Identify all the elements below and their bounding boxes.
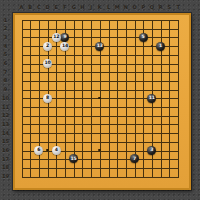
column-label: G <box>70 4 78 11</box>
black-stone-K4: 13 <box>95 42 104 51</box>
white-stone-D10: 8 <box>43 94 52 103</box>
column-label: B <box>26 4 34 11</box>
row-label: 7 <box>0 69 11 76</box>
row-label: 16 <box>0 147 11 154</box>
row-label: 13 <box>0 121 11 128</box>
column-label: P <box>139 4 147 11</box>
row-label: 3 <box>0 34 11 41</box>
star-point <box>98 97 100 99</box>
black-stone-R4: 1 <box>156 42 165 51</box>
white-stone-D6: 10 <box>43 59 52 68</box>
column-label: Q <box>148 4 156 11</box>
row-label: 4 <box>0 43 11 50</box>
column-label: H <box>78 4 86 11</box>
column-label: S <box>165 4 173 11</box>
star-point <box>98 149 100 151</box>
column-label: C <box>35 4 43 11</box>
black-stone-G17: 15 <box>69 154 78 163</box>
row-label: 14 <box>0 130 11 137</box>
board-intersections[interactable]: 123456789101112131415 <box>17 16 182 181</box>
column-label: O <box>131 4 139 11</box>
column-label: R <box>157 4 165 11</box>
white-stone-E16: 4 <box>52 146 61 155</box>
column-label: M <box>113 4 121 11</box>
white-stone-E3: 12 <box>52 33 61 42</box>
row-label: 9 <box>0 86 11 93</box>
black-stone-P3: 5 <box>139 33 148 42</box>
column-label: J <box>87 4 95 11</box>
row-label: 1 <box>0 17 11 24</box>
column-label: D <box>44 4 52 11</box>
white-stone-D4: 2 <box>43 42 52 51</box>
column-label: L <box>105 4 113 11</box>
column-label: T <box>174 4 182 11</box>
row-label: 11 <box>0 104 11 111</box>
black-stone-O17: 7 <box>130 154 139 163</box>
black-stone-F3: 9 <box>60 33 69 42</box>
row-label: 5 <box>0 51 11 58</box>
row-label: 2 <box>0 25 11 32</box>
column-label: K <box>96 4 104 11</box>
white-stone-F4: 14 <box>60 42 69 51</box>
white-stone-C16: 6 <box>34 146 43 155</box>
row-label: 8 <box>0 77 11 84</box>
column-label: E <box>52 4 60 11</box>
black-stone-Q16: 3 <box>147 146 156 155</box>
row-label: 17 <box>0 156 11 163</box>
black-stone-Q10: 11 <box>147 94 156 103</box>
row-label: 10 <box>0 95 11 102</box>
column-label: N <box>122 4 130 11</box>
row-label: 15 <box>0 138 11 145</box>
column-label: A <box>18 4 26 11</box>
row-label: 19 <box>0 173 11 180</box>
row-label: 12 <box>0 112 11 119</box>
star-point <box>151 45 153 47</box>
column-label: F <box>61 4 69 11</box>
go-diagram-screen: ABCDEFGHJKLMNOPQRST 12345678910111213141… <box>0 0 200 200</box>
row-label: 18 <box>0 164 11 171</box>
row-label: 6 <box>0 60 11 67</box>
star-point <box>46 149 48 151</box>
